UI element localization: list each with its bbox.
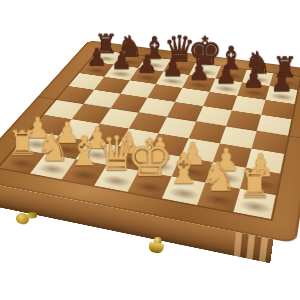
brass-clasp-front-icon: [145, 235, 169, 255]
rook-glyph: ♜: [218, 166, 291, 204]
pawn-glyph: ♟: [253, 69, 300, 94]
piece-black-pawn-h7: ♟: [266, 86, 298, 104]
perspective-scene: ♜♞♝♛♚♝♞♜♟♟♟♟♟♟♟♟♟♟♟♟♟♟♟♟♜♞♝♛♚♝♞♜: [0, 0, 300, 300]
chess-board: ♜♞♝♛♚♝♞♜♟♟♟♟♟♟♟♟♟♟♟♟♟♟♟♟♜♞♝♛♚♝♞♜: [0, 40, 300, 244]
clasp-plate: [148, 242, 164, 254]
chess-set-photo: ♜♞♝♛♚♝♞♜♟♟♟♟♟♟♟♟♟♟♟♟♟♟♟♟♜♞♝♛♚♝♞♜: [0, 0, 300, 300]
finger-joints: [234, 232, 294, 267]
piece-white-rook-h1: ♜: [233, 189, 275, 219]
latch-pin: [27, 212, 37, 219]
